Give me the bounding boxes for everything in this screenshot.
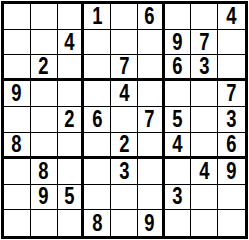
cell-r6c2[interactable] (31, 133, 58, 159)
cell-r8c1[interactable] (4, 185, 31, 211)
cell-r8c9[interactable] (218, 185, 245, 211)
cell-r7c5[interactable]: 3 (111, 159, 138, 185)
cell-r7c8[interactable]: 4 (191, 159, 218, 185)
cell-r2c8[interactable]: 7 (191, 30, 218, 56)
cell-r3c6[interactable] (138, 55, 165, 81)
cell-r6c6[interactable] (138, 133, 165, 159)
given-digit: 7 (199, 31, 209, 54)
cell-r8c2[interactable]: 9 (31, 185, 58, 211)
cell-r4c2[interactable] (31, 81, 58, 107)
cell-r7c3[interactable] (58, 159, 85, 185)
cell-r7c6[interactable] (138, 159, 165, 185)
cell-r5c8[interactable] (191, 107, 218, 133)
given-digit: 3 (119, 160, 129, 183)
given-digit: 8 (12, 133, 22, 156)
given-digit: 5 (64, 185, 74, 208)
cell-r2c2[interactable] (31, 30, 58, 56)
cell-r3c2[interactable]: 2 (31, 55, 58, 81)
cell-r1c2[interactable] (31, 4, 58, 30)
cell-r5c6[interactable]: 7 (138, 107, 165, 133)
cell-r4c5[interactable]: 4 (111, 81, 138, 107)
cell-r4c4[interactable] (84, 81, 111, 107)
given-digit: 9 (12, 82, 22, 105)
cell-r1c8[interactable] (191, 4, 218, 30)
cell-r7c9[interactable]: 9 (218, 159, 245, 185)
cell-r5c7[interactable]: 5 (165, 107, 192, 133)
given-digit: 3 (199, 55, 209, 78)
cell-r1c6[interactable]: 6 (138, 4, 165, 30)
cell-r3c1[interactable] (4, 55, 31, 81)
cell-r5c5[interactable] (111, 107, 138, 133)
cell-r9c8[interactable] (191, 210, 218, 236)
given-digit: 9 (39, 185, 49, 208)
cell-r2c5[interactable] (111, 30, 138, 56)
cell-r1c3[interactable] (58, 4, 85, 30)
cell-r1c7[interactable] (165, 4, 192, 30)
given-digit: 2 (119, 133, 129, 156)
cell-r7c1[interactable] (4, 159, 31, 185)
cell-r6c3[interactable] (58, 133, 85, 159)
cell-r4c6[interactable] (138, 81, 165, 107)
cell-r8c5[interactable] (111, 185, 138, 211)
cell-r9c3[interactable] (58, 210, 85, 236)
cell-r2c7[interactable]: 9 (165, 30, 192, 56)
cell-r2c9[interactable] (218, 30, 245, 56)
cell-r8c8[interactable] (191, 185, 218, 211)
cell-r3c5[interactable]: 7 (111, 55, 138, 81)
given-digit: 6 (92, 108, 102, 131)
cell-r6c9[interactable]: 6 (218, 133, 245, 159)
given-digit: 4 (172, 133, 182, 156)
cell-r2c6[interactable] (138, 30, 165, 56)
cell-r5c4[interactable]: 6 (84, 107, 111, 133)
given-digit: 9 (172, 31, 182, 54)
given-digit: 4 (64, 31, 74, 54)
given-digit: 2 (39, 55, 49, 78)
given-digit: 8 (92, 212, 102, 235)
cell-r2c1[interactable] (4, 30, 31, 56)
cell-r6c4[interactable] (84, 133, 111, 159)
cell-r7c7[interactable] (165, 159, 192, 185)
given-digit: 7 (119, 55, 129, 78)
cell-r5c1[interactable] (4, 107, 31, 133)
cell-r7c4[interactable] (84, 159, 111, 185)
cell-r7c2[interactable]: 8 (31, 159, 58, 185)
cell-r8c6[interactable] (138, 185, 165, 211)
cell-r9c6[interactable]: 9 (138, 210, 165, 236)
cell-r1c9[interactable]: 4 (218, 4, 245, 30)
given-digit: 9 (145, 212, 155, 235)
cell-r2c3[interactable]: 4 (58, 30, 85, 56)
cell-r9c2[interactable] (31, 210, 58, 236)
cell-r3c9[interactable] (218, 55, 245, 81)
cell-r9c1[interactable] (4, 210, 31, 236)
cell-r8c3[interactable]: 5 (58, 185, 85, 211)
given-digit: 7 (145, 108, 155, 131)
given-digit: 5 (172, 108, 182, 131)
cell-r3c4[interactable] (84, 55, 111, 81)
given-digit: 6 (172, 55, 182, 78)
given-digit: 6 (145, 5, 155, 28)
cell-r8c4[interactable] (84, 185, 111, 211)
given-digit: 3 (172, 185, 182, 208)
cell-r4c1[interactable]: 9 (4, 81, 31, 107)
cell-r4c3[interactable] (58, 81, 85, 107)
cell-r9c5[interactable] (111, 210, 138, 236)
cell-r3c8[interactable]: 3 (191, 55, 218, 81)
given-digit: 1 (92, 5, 102, 28)
given-digit: 4 (226, 5, 236, 28)
given-digit: 3 (226, 108, 236, 131)
cell-r6c1[interactable]: 8 (4, 133, 31, 159)
cell-r4c7[interactable] (165, 81, 192, 107)
cell-r2c4[interactable] (84, 30, 111, 56)
sudoku-board: 1644972763947267538246834995389 (1, 1, 248, 239)
cell-r9c7[interactable] (165, 210, 192, 236)
given-digit: 4 (119, 82, 129, 105)
cell-r5c9[interactable]: 3 (218, 107, 245, 133)
cell-r8c7[interactable]: 3 (165, 185, 192, 211)
cell-r4c9[interactable]: 7 (218, 81, 245, 107)
cell-r5c3[interactable]: 2 (58, 107, 85, 133)
cell-r4c8[interactable] (191, 81, 218, 107)
given-digit: 2 (64, 108, 74, 131)
cell-r9c4[interactable]: 8 (84, 210, 111, 236)
cell-r5c2[interactable] (31, 107, 58, 133)
given-digit: 4 (199, 160, 209, 183)
given-digit: 8 (39, 160, 49, 183)
cell-r6c8[interactable] (191, 133, 218, 159)
cell-r6c5[interactable]: 2 (111, 133, 138, 159)
given-digit: 6 (226, 133, 236, 156)
given-digit: 7 (226, 82, 236, 105)
cell-r6c7[interactable]: 4 (165, 133, 192, 159)
given-digit: 9 (226, 160, 236, 183)
cell-r1c1[interactable] (4, 4, 31, 30)
cell-r1c5[interactable] (111, 4, 138, 30)
cell-r3c3[interactable] (58, 55, 85, 81)
cell-r3c7[interactable]: 6 (165, 55, 192, 81)
cell-r1c4[interactable]: 1 (84, 4, 111, 30)
cell-r9c9[interactable] (218, 210, 245, 236)
